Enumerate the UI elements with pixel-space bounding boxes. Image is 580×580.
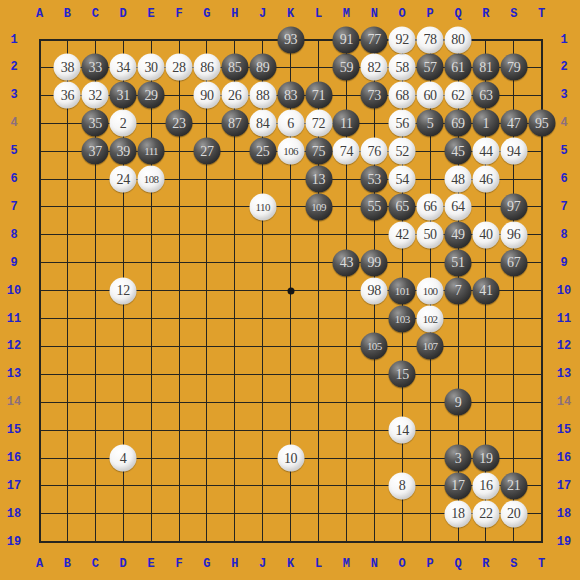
stone-61-black-q2[interactable]: 61: [445, 54, 472, 81]
stone-51-black-q9[interactable]: 51: [445, 249, 472, 276]
row-label-13: 13: [557, 368, 571, 380]
stone-39-black-d5[interactable]: 39: [110, 138, 137, 165]
move-number: 4: [120, 451, 127, 465]
stone-2-white-d4[interactable]: 2: [110, 110, 137, 137]
column-label-F: F: [175, 558, 182, 570]
move-number: 33: [89, 60, 102, 74]
row-label-9: 9: [560, 257, 567, 269]
move-number: 36: [61, 88, 74, 102]
move-number: 67: [507, 256, 520, 270]
column-label-B: B: [64, 8, 71, 20]
row-label-7: 7: [560, 201, 567, 213]
stone-7-black-q10[interactable]: 7: [445, 277, 472, 304]
move-number: 109: [311, 201, 326, 212]
stone-32-white-c3[interactable]: 32: [82, 82, 109, 109]
row-label-16: 16: [7, 452, 21, 464]
stone-100-white-p10[interactable]: 100: [417, 277, 444, 304]
move-number: 7: [455, 284, 462, 298]
move-number: 94: [507, 144, 520, 158]
move-number: 64: [451, 200, 464, 214]
row-label-10: 10: [557, 285, 571, 297]
column-label-N: N: [371, 8, 378, 20]
stone-18-white-q18[interactable]: 18: [445, 500, 472, 527]
stone-49-black-q8[interactable]: 49: [445, 221, 472, 248]
row-label-17: 17: [7, 480, 21, 492]
move-number: 43: [340, 256, 353, 270]
move-number: 80: [451, 33, 464, 47]
move-number: 10: [284, 451, 297, 465]
move-number: 34: [116, 60, 129, 74]
move-number: 48: [451, 172, 464, 186]
stone-75-black-l5[interactable]: 75: [305, 138, 332, 165]
row-label-18: 18: [7, 508, 21, 520]
stone-42-white-o8[interactable]: 42: [389, 221, 416, 248]
column-label-R: R: [482, 558, 489, 570]
stone-24-white-d6[interactable]: 24: [110, 166, 137, 193]
stone-56-white-o4[interactable]: 56: [389, 110, 416, 137]
move-number: 51: [451, 256, 464, 270]
stone-71-black-l3[interactable]: 71: [305, 82, 332, 109]
stone-14-white-o15[interactable]: 14: [389, 417, 416, 444]
stone-40-white-r8[interactable]: 40: [472, 221, 499, 248]
star-point-k10: [287, 287, 294, 294]
stone-29-black-e3[interactable]: 29: [138, 82, 165, 109]
grid-line-horizontal: [39, 374, 543, 375]
move-number: 39: [116, 144, 129, 158]
grid-line-horizontal: [39, 541, 543, 543]
row-label-8: 8: [10, 229, 17, 241]
move-number: 82: [368, 60, 381, 74]
stone-25-black-j5[interactable]: 25: [249, 138, 276, 165]
move-number: 31: [116, 88, 129, 102]
row-label-10: 10: [7, 285, 21, 297]
move-number: 96: [507, 228, 520, 242]
stone-50-white-p8[interactable]: 50: [417, 221, 444, 248]
row-label-11: 11: [557, 313, 571, 325]
move-number: 17: [451, 479, 464, 493]
move-number: 27: [200, 144, 213, 158]
column-label-E: E: [147, 558, 154, 570]
stone-27-black-g5[interactable]: 27: [193, 138, 220, 165]
move-number: 100: [423, 285, 438, 296]
stone-90-white-g3[interactable]: 90: [193, 82, 220, 109]
grid-line-horizontal: [39, 318, 543, 319]
column-label-J: J: [259, 558, 266, 570]
move-number: 9: [455, 395, 462, 409]
move-number: 3: [455, 451, 462, 465]
stone-95-black-t4[interactable]: 95: [528, 110, 555, 137]
move-number: 90: [200, 88, 213, 102]
stone-16-white-r17[interactable]: 16: [472, 472, 499, 499]
stone-62-white-q3[interactable]: 62: [445, 82, 472, 109]
row-label-1: 1: [10, 34, 17, 46]
move-number: 111: [144, 146, 158, 157]
move-number: 22: [479, 507, 492, 521]
move-number: 95: [535, 116, 548, 130]
move-number: 23: [172, 116, 185, 130]
stone-12-white-d10[interactable]: 12: [110, 277, 137, 304]
row-label-19: 19: [557, 536, 571, 548]
stone-93-black-k1[interactable]: 93: [277, 26, 304, 53]
row-label-4: 4: [560, 117, 567, 129]
stone-13-black-l6[interactable]: 13: [305, 166, 332, 193]
stone-64-white-q7[interactable]: 64: [445, 193, 472, 220]
stone-107-black-p12[interactable]: 107: [417, 333, 444, 360]
stone-45-black-q5[interactable]: 45: [445, 138, 472, 165]
column-label-S: S: [510, 8, 517, 20]
stone-110-white-j7[interactable]: 110: [249, 193, 276, 220]
stone-98-white-n10[interactable]: 98: [361, 277, 388, 304]
row-label-4: 4: [10, 117, 17, 129]
stone-5-black-p4[interactable]: 5: [417, 110, 444, 137]
stone-102-white-p11[interactable]: 102: [417, 305, 444, 332]
move-number: 6: [287, 116, 294, 130]
column-label-D: D: [120, 8, 127, 20]
grid-line-horizontal: [39, 346, 543, 347]
stone-85-black-h2[interactable]: 85: [221, 54, 248, 81]
move-number: 49: [451, 228, 464, 242]
stone-23-black-f4[interactable]: 23: [166, 110, 193, 137]
move-number: 30: [144, 60, 157, 74]
stone-109-black-l7[interactable]: 109: [305, 193, 332, 220]
column-label-Q: Q: [454, 8, 461, 20]
row-label-9: 9: [10, 257, 17, 269]
stone-33-black-c2[interactable]: 33: [82, 54, 109, 81]
stone-82-white-n2[interactable]: 82: [361, 54, 388, 81]
move-number: 50: [423, 228, 436, 242]
move-number: 12: [116, 284, 129, 298]
stone-57-black-p2[interactable]: 57: [417, 54, 444, 81]
stone-15-black-o13[interactable]: 15: [389, 361, 416, 388]
stone-74-white-m5[interactable]: 74: [333, 138, 360, 165]
move-number: 107: [423, 341, 438, 352]
stone-108-white-e6[interactable]: 108: [138, 166, 165, 193]
move-number: 102: [423, 313, 438, 324]
move-number: 5: [427, 116, 434, 130]
stone-99-black-n9[interactable]: 99: [361, 249, 388, 276]
grid-line-horizontal: [39, 430, 543, 431]
stone-60-white-p3[interactable]: 60: [417, 82, 444, 109]
stone-86-white-g2[interactable]: 86: [193, 54, 220, 81]
stone-87-black-h4[interactable]: 87: [221, 110, 248, 137]
stone-4-white-d16[interactable]: 4: [110, 445, 137, 472]
stone-19-black-r16[interactable]: 19: [472, 445, 499, 472]
stone-73-black-n3[interactable]: 73: [361, 82, 388, 109]
column-label-S: S: [510, 558, 517, 570]
stone-105-black-n12[interactable]: 105: [361, 333, 388, 360]
stone-17-black-q17[interactable]: 17: [445, 472, 472, 499]
stone-30-white-e2[interactable]: 30: [138, 54, 165, 81]
move-number: 57: [423, 60, 436, 74]
stone-63-black-r3[interactable]: 63: [472, 82, 499, 109]
move-number: 65: [395, 200, 408, 214]
stone-83-black-k3[interactable]: 83: [277, 82, 304, 109]
column-label-T: T: [538, 8, 545, 20]
stone-72-white-l4[interactable]: 72: [305, 110, 332, 137]
column-label-P: P: [426, 8, 433, 20]
stone-11-black-m4[interactable]: 11: [333, 110, 360, 137]
stone-77-black-n1[interactable]: 77: [361, 26, 388, 53]
row-label-17: 17: [557, 480, 571, 492]
stone-65-black-o7[interactable]: 65: [389, 193, 416, 220]
column-label-Q: Q: [454, 558, 461, 570]
move-number: 25: [256, 144, 269, 158]
move-number: 15: [395, 367, 408, 381]
move-number: 38: [61, 60, 74, 74]
column-label-A: A: [36, 8, 43, 20]
row-label-7: 7: [10, 201, 17, 213]
stone-68-white-o3[interactable]: 68: [389, 82, 416, 109]
stone-58-white-o2[interactable]: 58: [389, 54, 416, 81]
move-number: 85: [228, 60, 241, 74]
move-number: 68: [395, 88, 408, 102]
move-number: 53: [368, 172, 381, 186]
move-number: 8: [399, 479, 406, 493]
move-number: 66: [423, 200, 436, 214]
stone-41-black-r10[interactable]: 41: [472, 277, 499, 304]
column-label-A: A: [36, 558, 43, 570]
stone-55-black-n7[interactable]: 55: [361, 193, 388, 220]
stone-44-white-r5[interactable]: 44: [472, 138, 499, 165]
stone-59-black-m2[interactable]: 59: [333, 54, 360, 81]
column-label-M: M: [343, 8, 350, 20]
move-number: 35: [89, 116, 102, 130]
move-number: 26: [228, 88, 241, 102]
stone-3-black-q16[interactable]: 3: [445, 445, 472, 472]
move-number: 101: [395, 285, 410, 296]
move-number: 76: [368, 144, 381, 158]
column-label-R: R: [482, 8, 489, 20]
row-label-3: 3: [560, 89, 567, 101]
stone-43-black-m9[interactable]: 43: [333, 249, 360, 276]
stone-89-black-j2[interactable]: 89: [249, 54, 276, 81]
move-number: 83: [284, 88, 297, 102]
stone-69-black-q4[interactable]: 69: [445, 110, 472, 137]
row-label-14: 14: [7, 396, 21, 408]
column-label-L: L: [315, 8, 322, 20]
stone-111-black-e5[interactable]: 111: [138, 138, 165, 165]
column-label-H: H: [231, 558, 238, 570]
row-label-12: 12: [557, 340, 571, 352]
move-number: 32: [89, 88, 102, 102]
move-number: 110: [256, 201, 270, 212]
row-label-1: 1: [560, 34, 567, 46]
row-label-6: 6: [10, 173, 17, 185]
stone-66-white-p7[interactable]: 66: [417, 193, 444, 220]
move-number: 81: [479, 60, 492, 74]
stone-1-black-r4[interactable]: 1: [472, 110, 499, 137]
move-number: 59: [340, 60, 353, 74]
column-label-B: B: [64, 558, 71, 570]
move-number: 46: [479, 172, 492, 186]
column-label-M: M: [343, 558, 350, 570]
move-number: 78: [423, 33, 436, 47]
stone-21-black-s17[interactable]: 21: [500, 472, 527, 499]
move-number: 88: [256, 88, 269, 102]
move-number: 87: [228, 116, 241, 130]
stone-92-white-o1[interactable]: 92: [389, 26, 416, 53]
stone-103-black-o11[interactable]: 103: [389, 305, 416, 332]
row-label-13: 13: [7, 368, 21, 380]
row-label-8: 8: [560, 229, 567, 241]
stone-84-white-j4[interactable]: 84: [249, 110, 276, 137]
stone-28-white-f2[interactable]: 28: [166, 54, 193, 81]
move-number: 24: [116, 172, 129, 186]
move-number: 77: [368, 33, 381, 47]
row-label-12: 12: [7, 340, 21, 352]
stone-38-white-b2[interactable]: 38: [54, 54, 81, 81]
column-label-F: F: [175, 8, 182, 20]
move-number: 84: [256, 116, 269, 130]
stone-46-white-r6[interactable]: 46: [472, 166, 499, 193]
move-number: 61: [451, 60, 464, 74]
row-label-6: 6: [560, 173, 567, 185]
stone-8-white-o17[interactable]: 8: [389, 472, 416, 499]
stone-9-black-q14[interactable]: 9: [445, 389, 472, 416]
move-number: 55: [368, 200, 381, 214]
column-label-C: C: [92, 558, 99, 570]
move-number: 69: [451, 116, 464, 130]
row-label-16: 16: [557, 452, 571, 464]
move-number: 60: [423, 88, 436, 102]
column-label-H: H: [231, 8, 238, 20]
stone-81-black-r2[interactable]: 81: [472, 54, 499, 81]
move-number: 40: [479, 228, 492, 242]
move-number: 99: [368, 256, 381, 270]
move-number: 103: [395, 313, 410, 324]
row-label-18: 18: [557, 508, 571, 520]
column-label-C: C: [92, 8, 99, 20]
column-label-N: N: [371, 558, 378, 570]
move-number: 19: [479, 451, 492, 465]
move-number: 56: [395, 116, 408, 130]
column-label-P: P: [426, 558, 433, 570]
column-label-L: L: [315, 558, 322, 570]
stone-80-white-q1[interactable]: 80: [445, 26, 472, 53]
move-number: 29: [144, 88, 157, 102]
stone-22-white-r18[interactable]: 22: [472, 500, 499, 527]
move-number: 14: [395, 423, 408, 437]
move-number: 54: [395, 172, 408, 186]
move-number: 21: [507, 479, 520, 493]
move-number: 52: [395, 144, 408, 158]
stone-91-black-m1[interactable]: 91: [333, 26, 360, 53]
column-label-D: D: [120, 558, 127, 570]
stone-96-white-s8[interactable]: 96: [500, 221, 527, 248]
move-number: 72: [312, 116, 325, 130]
move-number: 73: [368, 88, 381, 102]
move-number: 75: [312, 144, 325, 158]
move-number: 93: [284, 33, 297, 47]
move-number: 105: [367, 341, 382, 352]
column-label-G: G: [203, 558, 210, 570]
row-label-15: 15: [7, 424, 21, 436]
row-label-2: 2: [560, 61, 567, 73]
move-number: 11: [340, 116, 353, 130]
stone-37-black-c5[interactable]: 37: [82, 138, 109, 165]
column-label-E: E: [147, 8, 154, 20]
stone-97-black-s7[interactable]: 97: [500, 193, 527, 220]
move-number: 28: [172, 60, 185, 74]
stone-78-white-p1[interactable]: 78: [417, 26, 444, 53]
move-number: 1: [483, 116, 490, 130]
column-label-K: K: [287, 8, 294, 20]
move-number: 18: [451, 507, 464, 521]
stone-88-white-j3[interactable]: 88: [249, 82, 276, 109]
move-number: 20: [507, 507, 520, 521]
move-number: 74: [340, 144, 353, 158]
column-label-O: O: [399, 8, 406, 20]
move-number: 97: [507, 200, 520, 214]
move-number: 42: [395, 228, 408, 242]
row-label-15: 15: [557, 424, 571, 436]
stone-34-white-d2[interactable]: 34: [110, 54, 137, 81]
column-label-G: G: [203, 8, 210, 20]
stone-47-black-s4[interactable]: 47: [500, 110, 527, 137]
row-label-14: 14: [557, 396, 571, 408]
stone-101-black-o10[interactable]: 101: [389, 277, 416, 304]
stone-26-white-h3[interactable]: 26: [221, 82, 248, 109]
stone-94-white-s5[interactable]: 94: [500, 138, 527, 165]
stone-20-white-s18[interactable]: 20: [500, 500, 527, 527]
stone-6-white-k4[interactable]: 6: [277, 110, 304, 137]
move-number: 92: [395, 33, 408, 47]
move-number: 16: [479, 479, 492, 493]
move-number: 108: [144, 174, 159, 185]
stone-67-black-s9[interactable]: 67: [500, 249, 527, 276]
stone-36-white-b3[interactable]: 36: [54, 82, 81, 109]
move-number: 86: [200, 60, 213, 74]
row-label-19: 19: [7, 536, 21, 548]
move-number: 2: [120, 116, 127, 130]
move-number: 91: [340, 33, 353, 47]
stone-10-white-k16[interactable]: 10: [277, 445, 304, 472]
move-number: 37: [89, 144, 102, 158]
move-number: 41: [479, 284, 492, 298]
move-number: 47: [507, 116, 520, 130]
column-label-T: T: [538, 558, 545, 570]
move-number: 44: [479, 144, 492, 158]
move-number: 71: [312, 88, 325, 102]
move-number: 106: [283, 146, 298, 157]
move-number: 98: [368, 284, 381, 298]
stone-79-black-s2[interactable]: 79: [500, 54, 527, 81]
stone-48-white-q6[interactable]: 48: [445, 166, 472, 193]
stone-53-black-n6[interactable]: 53: [361, 166, 388, 193]
row-label-11: 11: [7, 313, 21, 325]
stone-35-black-c4[interactable]: 35: [82, 110, 109, 137]
move-number: 45: [451, 144, 464, 158]
stone-31-black-d3[interactable]: 31: [110, 82, 137, 109]
stone-52-white-o5[interactable]: 52: [389, 138, 416, 165]
move-number: 58: [395, 60, 408, 74]
move-number: 89: [256, 60, 269, 74]
stone-106-white-k5[interactable]: 106: [277, 138, 304, 165]
column-label-J: J: [259, 8, 266, 20]
row-label-5: 5: [10, 145, 17, 157]
stone-76-white-n5[interactable]: 76: [361, 138, 388, 165]
move-number: 62: [451, 88, 464, 102]
row-label-5: 5: [560, 145, 567, 157]
column-label-O: O: [399, 558, 406, 570]
row-label-2: 2: [10, 61, 17, 73]
stone-54-white-o6[interactable]: 54: [389, 166, 416, 193]
go-board[interactable]: ABCDEFGHJKLMNOPQRST ABCDEFGHJKLMNOPQRST …: [0, 0, 580, 580]
move-number: 13: [312, 172, 325, 186]
move-number: 79: [507, 60, 520, 74]
column-label-K: K: [287, 558, 294, 570]
move-number: 63: [479, 88, 492, 102]
